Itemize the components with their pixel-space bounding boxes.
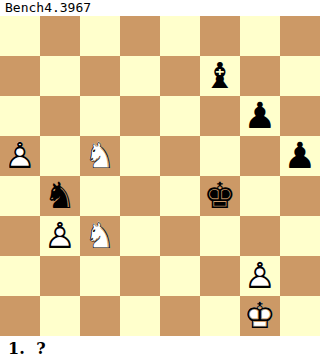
- chess-benchmark-window: Bench4.3967 ♝♟♟♙♞♘♟♞♚♟♙♞♘♟♙♚♔ 1. ?: [0, 0, 320, 360]
- black-king: ♚: [200, 176, 240, 216]
- square-h1[interactable]: [280, 296, 320, 336]
- square-g6[interactable]: ♟: [240, 96, 280, 136]
- white-knight-fill: ♞: [80, 216, 120, 256]
- white-king-fill: ♚: [240, 296, 280, 336]
- square-h8[interactable]: [280, 16, 320, 56]
- white-pawn-fill: ♟: [0, 136, 40, 176]
- square-g8[interactable]: [240, 16, 280, 56]
- square-b8[interactable]: [40, 16, 80, 56]
- square-a7[interactable]: [0, 56, 40, 96]
- square-d7[interactable]: [120, 56, 160, 96]
- square-h7[interactable]: [280, 56, 320, 96]
- square-f4[interactable]: ♚: [200, 176, 240, 216]
- square-c6[interactable]: [80, 96, 120, 136]
- square-g3[interactable]: [240, 216, 280, 256]
- square-f8[interactable]: [200, 16, 240, 56]
- square-c7[interactable]: [80, 56, 120, 96]
- white-pawn-fill: ♟: [40, 216, 80, 256]
- white-pawn: ♙: [240, 256, 280, 296]
- square-a4[interactable]: [0, 176, 40, 216]
- square-a3[interactable]: [0, 216, 40, 256]
- black-bishop: ♝: [200, 56, 240, 96]
- move-prompt: 1. ?: [0, 336, 320, 360]
- square-e7[interactable]: [160, 56, 200, 96]
- white-pawn: ♙: [0, 136, 40, 176]
- square-h4[interactable]: [280, 176, 320, 216]
- square-e5[interactable]: [160, 136, 200, 176]
- square-c8[interactable]: [80, 16, 120, 56]
- square-d8[interactable]: [120, 16, 160, 56]
- white-pawn: ♙: [40, 216, 80, 256]
- white-knight: ♘: [80, 136, 120, 176]
- square-g1[interactable]: ♚♔: [240, 296, 280, 336]
- square-a8[interactable]: [0, 16, 40, 56]
- square-b4[interactable]: ♞: [40, 176, 80, 216]
- square-e3[interactable]: [160, 216, 200, 256]
- square-b5[interactable]: [40, 136, 80, 176]
- square-b1[interactable]: [40, 296, 80, 336]
- square-b2[interactable]: [40, 256, 80, 296]
- page-title: Bench4.3967: [0, 0, 320, 16]
- black-pawn: ♟: [280, 136, 320, 176]
- square-a1[interactable]: [0, 296, 40, 336]
- square-f1[interactable]: [200, 296, 240, 336]
- black-knight: ♞: [40, 176, 80, 216]
- square-f3[interactable]: [200, 216, 240, 256]
- square-h2[interactable]: [280, 256, 320, 296]
- square-g4[interactable]: [240, 176, 280, 216]
- square-d1[interactable]: [120, 296, 160, 336]
- square-d4[interactable]: [120, 176, 160, 216]
- square-c1[interactable]: [80, 296, 120, 336]
- square-c3[interactable]: ♞♘: [80, 216, 120, 256]
- chess-board: ♝♟♟♙♞♘♟♞♚♟♙♞♘♟♙♚♔: [0, 16, 320, 336]
- square-d2[interactable]: [120, 256, 160, 296]
- square-f6[interactable]: [200, 96, 240, 136]
- square-g2[interactable]: ♟♙: [240, 256, 280, 296]
- square-d6[interactable]: [120, 96, 160, 136]
- square-d5[interactable]: [120, 136, 160, 176]
- square-e6[interactable]: [160, 96, 200, 136]
- square-a5[interactable]: ♟♙: [0, 136, 40, 176]
- square-a6[interactable]: [0, 96, 40, 136]
- square-h5[interactable]: ♟: [280, 136, 320, 176]
- square-d3[interactable]: [120, 216, 160, 256]
- white-knight: ♘: [80, 216, 120, 256]
- square-c2[interactable]: [80, 256, 120, 296]
- square-b7[interactable]: [40, 56, 80, 96]
- square-f5[interactable]: [200, 136, 240, 176]
- white-pawn-fill: ♟: [240, 256, 280, 296]
- square-f2[interactable]: [200, 256, 240, 296]
- square-h6[interactable]: [280, 96, 320, 136]
- square-e8[interactable]: [160, 16, 200, 56]
- square-c4[interactable]: [80, 176, 120, 216]
- square-g5[interactable]: [240, 136, 280, 176]
- square-e4[interactable]: [160, 176, 200, 216]
- square-e2[interactable]: [160, 256, 200, 296]
- square-f7[interactable]: ♝: [200, 56, 240, 96]
- square-c5[interactable]: ♞♘: [80, 136, 120, 176]
- square-g7[interactable]: [240, 56, 280, 96]
- square-h3[interactable]: [280, 216, 320, 256]
- square-a2[interactable]: [0, 256, 40, 296]
- white-king: ♔: [240, 296, 280, 336]
- black-pawn: ♟: [240, 96, 280, 136]
- square-b3[interactable]: ♟♙: [40, 216, 80, 256]
- white-knight-fill: ♞: [80, 136, 120, 176]
- square-e1[interactable]: [160, 296, 200, 336]
- square-b6[interactable]: [40, 96, 80, 136]
